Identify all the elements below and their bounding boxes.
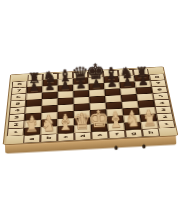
white-bishop-f1[interactable]: ♝ [107,112,124,131]
square-a1[interactable]: ♜ [24,127,41,135]
perspective-tilt-wrapper: abcdefgh8♜♞♝♛♚♝♞♜87♟♟♟♟♟♟♟♟7665544332♟♟♟… [0,0,178,222]
square-e1[interactable]: ♚ [91,124,108,132]
rank-label-2-left: 2 [7,121,24,129]
rank-label-3-right: 3 [155,106,173,114]
square-a6[interactable] [26,93,42,100]
black-pawn-f7[interactable]: ♟ [106,77,117,89]
square-f5[interactable] [105,95,122,102]
white-bishop-c1[interactable]: ♝ [57,114,74,133]
black-pawn-e7[interactable]: ♟ [91,77,102,89]
square-g1[interactable]: ♞ [124,122,142,130]
white-knight-g1[interactable]: ♞ [125,112,141,130]
square-b1[interactable]: ♞ [41,126,58,134]
rank-label-5-right: 5 [152,93,169,100]
hinge-clasp-icon [142,144,145,148]
chess-board: abcdefgh8♜♞♝♛♚♝♞♜87♟♟♟♟♟♟♟♟7665544332♟♟♟… [3,67,178,145]
black-pawn-g7[interactable]: ♟ [122,76,133,88]
square-h1[interactable]: ♜ [141,121,159,129]
square-c1[interactable]: ♝ [57,125,74,133]
black-pawn-b7[interactable]: ♟ [44,80,55,92]
black-pawn-a7[interactable]: ♟ [29,81,40,93]
chess-set-photo: abcdefgh8♜♞♝♛♚♝♞♜87♟♟♟♟♟♟♟♟7665544332♟♟♟… [0,0,178,222]
white-rook-a1[interactable]: ♜ [24,118,39,135]
black-pawn-d7[interactable]: ♟ [75,78,86,90]
square-g5[interactable] [121,94,138,101]
square-d5[interactable] [73,97,89,105]
black-pawn-c7[interactable]: ♟ [60,79,71,91]
board-grid: abcdefgh8♜♞♝♛♚♝♞♜87♟♟♟♟♟♟♟♟7665544332♟♟♟… [6,68,175,144]
square-c7[interactable]: ♟ [58,85,74,92]
white-knight-b1[interactable]: ♞ [41,116,57,134]
square-e5[interactable] [89,96,105,104]
square-h5[interactable] [137,93,154,100]
hinge-clasp-icon [115,146,118,150]
square-g6[interactable] [120,88,137,95]
black-pawn-h7[interactable]: ♟ [138,75,149,87]
square-f6[interactable] [104,89,120,96]
white-rook-h1[interactable]: ♜ [142,112,157,129]
square-a5[interactable] [26,99,42,107]
square-f1[interactable]: ♝ [107,123,125,131]
board-scene: abcdefgh8♜♞♝♛♚♝♞♜87♟♟♟♟♟♟♟♟7665544332♟♟♟… [2,17,174,189]
